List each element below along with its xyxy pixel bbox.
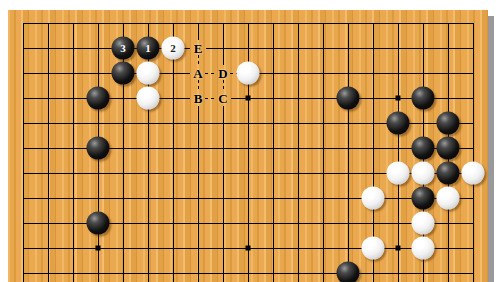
black-stone [437, 137, 460, 160]
black-stone [337, 87, 360, 110]
point-label-B: B [194, 92, 203, 105]
black-stone [412, 87, 435, 110]
black-stone [87, 87, 110, 110]
white-stone [437, 187, 460, 210]
white-stone [362, 187, 385, 210]
black-stone [112, 62, 135, 85]
board-shadow [488, 16, 494, 282]
white-stone [137, 87, 160, 110]
white-stone [387, 162, 410, 185]
black-stone [387, 112, 410, 135]
white-stone [412, 162, 435, 185]
white-stone [412, 212, 435, 235]
black-stone [412, 137, 435, 160]
point-label-A: A [193, 67, 202, 80]
point-label-E: E [194, 42, 203, 55]
move-number: 1 [145, 43, 151, 54]
black-stone [437, 162, 460, 185]
black-stone [437, 112, 460, 135]
point-label-D: D [218, 67, 227, 80]
black-stone [337, 262, 360, 282]
white-stone [137, 62, 160, 85]
black-stone: 1 [137, 37, 160, 60]
white-stone [362, 237, 385, 260]
black-stone [87, 212, 110, 235]
black-stone: 3 [112, 37, 135, 60]
black-stone [412, 187, 435, 210]
black-stone [87, 137, 110, 160]
move-number: 2 [170, 43, 176, 54]
white-stone: 2 [162, 37, 185, 60]
white-stone [237, 62, 260, 85]
white-stone [462, 162, 485, 185]
point-label-C: C [218, 92, 227, 105]
move-number: 3 [120, 43, 126, 54]
white-stone [412, 237, 435, 260]
go-diagram: 312EADBC [0, 0, 500, 282]
